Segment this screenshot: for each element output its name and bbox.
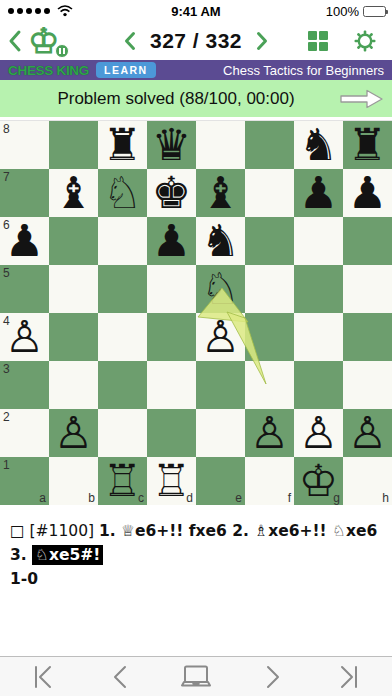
file-label-a: a (39, 491, 46, 505)
piece-wP-h2: ♙ (348, 409, 387, 457)
skip-to-end-button[interactable] (332, 662, 366, 692)
problem-list-button[interactable] (308, 31, 329, 52)
square-a7[interactable]: 7 (0, 169, 49, 217)
square-f4[interactable] (245, 313, 294, 361)
square-b5[interactable] (49, 265, 98, 313)
square-b8[interactable] (49, 121, 98, 169)
square-c4[interactable] (98, 313, 147, 361)
rank-label-5: 5 (3, 266, 10, 280)
piece-wR-d1: ♖ (152, 457, 191, 505)
piece-bB-e7: ♝ (201, 169, 240, 217)
square-h6[interactable] (343, 217, 392, 265)
annotation-segment-2: ♘xe5#! (32, 545, 103, 565)
back-button[interactable] (8, 29, 22, 53)
course-title: Chess Tactics for Beginners (223, 63, 384, 78)
square-c2[interactable] (98, 409, 147, 457)
square-c1[interactable]: ♖c (98, 457, 147, 505)
previous-move-button[interactable] (103, 662, 137, 692)
square-g2[interactable]: ♙ (294, 409, 343, 457)
square-e7[interactable]: ♝ (196, 169, 245, 217)
square-e8[interactable] (196, 121, 245, 169)
square-f7[interactable] (245, 169, 294, 217)
learn-badge: LEARN (96, 62, 156, 78)
piece-bN-e6: ♞ (201, 217, 240, 265)
square-b7[interactable]: ♝ (49, 169, 98, 217)
square-c8[interactable]: ♜ (98, 121, 147, 169)
board-view-button[interactable] (179, 662, 213, 692)
settings-gear-button[interactable] (354, 30, 376, 52)
square-h2[interactable]: ♙ (343, 409, 392, 457)
square-a1[interactable]: 1a (0, 457, 49, 505)
square-a8[interactable]: 8 (0, 121, 49, 169)
square-b1[interactable]: b (49, 457, 98, 505)
result-banner: Problem solved (88/100, 00:00) (0, 80, 392, 117)
move-annotation: □ [#1100] 1. ♕e6+!! fxe6 2. ♗xe6+!! ♘xe6… (0, 505, 392, 656)
square-d7[interactable]: ♚ (147, 169, 196, 217)
piece-bP-h7: ♟ (348, 169, 387, 217)
square-e4[interactable]: ♙ (196, 313, 245, 361)
square-f8[interactable] (245, 121, 294, 169)
file-label-h: h (382, 491, 389, 505)
piece-bB-b7: ♝ (54, 169, 93, 217)
rank-label-7: 7 (3, 170, 10, 184)
nav-bar: ♔ 327 / 332 (0, 22, 392, 60)
square-a6[interactable]: ♟6 (0, 217, 49, 265)
file-label-f: f (288, 491, 291, 505)
previous-problem-button[interactable] (124, 31, 136, 51)
square-h3[interactable] (343, 361, 392, 409)
file-label-d: d (186, 491, 193, 505)
piece-bP-d6: ♟ (152, 217, 191, 265)
battery-icon (363, 6, 386, 17)
piece-wP-e4: ♙ (201, 313, 240, 361)
square-f3[interactable] (245, 361, 294, 409)
square-a2[interactable]: 2 (0, 409, 49, 457)
square-h8[interactable]: ♜ (343, 121, 392, 169)
square-d4[interactable] (147, 313, 196, 361)
square-d5[interactable] (147, 265, 196, 313)
piece-wK-g1: ♔ (299, 457, 338, 505)
piece-bP-g7: ♟ (299, 169, 338, 217)
square-e5[interactable]: ♘ (196, 265, 245, 313)
skip-to-start-button[interactable] (26, 662, 60, 692)
square-h4[interactable] (343, 313, 392, 361)
square-d3[interactable] (147, 361, 196, 409)
square-b3[interactable] (49, 361, 98, 409)
piece-wP-b2: ♙ (54, 409, 93, 457)
bottom-toolbar (0, 656, 392, 696)
rank-label-4: 4 (3, 314, 10, 328)
piece-wR-c1: ♖ (103, 457, 142, 505)
piece-wP-g2: ♙ (299, 409, 338, 457)
rank-label-3: 3 (3, 362, 10, 376)
app-logo-king-icon[interactable]: ♔ (28, 22, 68, 60)
square-e3[interactable] (196, 361, 245, 409)
square-d1[interactable]: ♖d (147, 457, 196, 505)
chess-board[interactable]: 8♜♛♞♜7♝♘♚♝♟♟♟6♟♞5♘♙4♙32♙♙♙♙1ab♖c♖def♔gh (0, 121, 392, 505)
square-h7[interactable]: ♟ (343, 169, 392, 217)
square-g5[interactable] (294, 265, 343, 313)
piece-bR-h8: ♜ (348, 121, 387, 169)
piece-bP-a6: ♟ (5, 217, 44, 265)
problem-counter: 327 / 332 (150, 29, 242, 53)
piece-wP-f2: ♙ (250, 409, 289, 457)
rank-label-8: 8 (3, 122, 10, 136)
square-c3[interactable] (98, 361, 147, 409)
file-label-e: e (235, 491, 242, 505)
annotation-segment-0: □ [#1100] (10, 522, 99, 540)
status-bar: 9:41 AM 100% (0, 0, 392, 22)
square-f2[interactable]: ♙ (245, 409, 294, 457)
square-f6[interactable] (245, 217, 294, 265)
file-label-c: c (138, 491, 144, 505)
square-c5[interactable] (98, 265, 147, 313)
piece-bN-g8: ♞ (299, 121, 338, 169)
square-e2[interactable] (196, 409, 245, 457)
square-e6[interactable]: ♞ (196, 217, 245, 265)
file-label-g: g (333, 491, 340, 505)
square-a5[interactable]: 5 (0, 265, 49, 313)
piece-bR-c8: ♜ (103, 121, 142, 169)
file-label-b: b (88, 491, 95, 505)
square-g1[interactable]: ♔g (294, 457, 343, 505)
square-c6[interactable] (98, 217, 147, 265)
square-b2[interactable]: ♙ (49, 409, 98, 457)
annotation-segment-4: 1-0 (10, 570, 38, 588)
next-move-button[interactable] (256, 662, 290, 692)
rank-label-6: 6 (3, 218, 10, 232)
square-d8[interactable]: ♛ (147, 121, 196, 169)
piece-wP-a4: ♙ (5, 313, 44, 361)
square-d6[interactable]: ♟ (147, 217, 196, 265)
next-arrow-button[interactable] (340, 88, 384, 110)
rank-label-1: 1 (3, 458, 10, 472)
square-f5[interactable] (245, 265, 294, 313)
piece-wN-c7: ♘ (103, 169, 142, 217)
square-g8[interactable]: ♞ (294, 121, 343, 169)
square-h1[interactable]: h (343, 457, 392, 505)
pause-badge-icon (55, 44, 69, 58)
square-h5[interactable] (343, 265, 392, 313)
square-b6[interactable] (49, 217, 98, 265)
square-a4[interactable]: ♙4 (0, 313, 49, 361)
square-g3[interactable] (294, 361, 343, 409)
rank-label-2: 2 (3, 410, 10, 424)
app-screen: 9:41 AM 100% ♔ 327 / 332 (0, 0, 392, 696)
square-g6[interactable] (294, 217, 343, 265)
piece-bQ-d8: ♛ (152, 121, 191, 169)
clock-time: 9:41 AM (0, 4, 392, 19)
chess-king-brand: CHESS KING (8, 63, 89, 78)
square-a3[interactable]: 3 (0, 361, 49, 409)
square-c7[interactable]: ♘ (98, 169, 147, 217)
piece-wN-e5: ♘ (201, 265, 240, 313)
piece-bK-d7: ♚ (152, 169, 191, 217)
result-text: Problem solved (88/100, 00:00) (57, 89, 294, 109)
square-d2[interactable] (147, 409, 196, 457)
square-g7[interactable]: ♟ (294, 169, 343, 217)
course-bar: CHESS KING LEARN Chess Tactics for Begin… (0, 60, 392, 80)
square-e1[interactable]: e (196, 457, 245, 505)
square-f1[interactable]: f (245, 457, 294, 505)
square-b4[interactable] (49, 313, 98, 361)
next-problem-button[interactable] (256, 31, 268, 51)
square-g4[interactable] (294, 313, 343, 361)
